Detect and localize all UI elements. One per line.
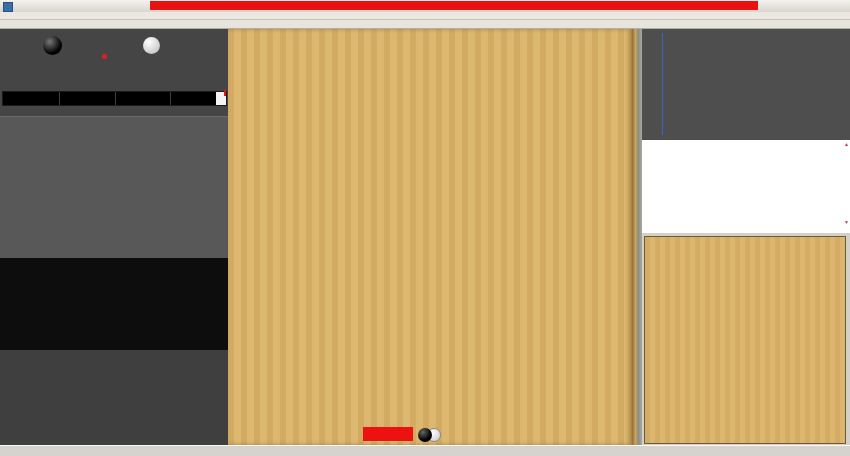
black-stone-icon bbox=[418, 428, 432, 442]
menu-bar bbox=[0, 12, 850, 20]
winrate-bar-tick bbox=[170, 92, 171, 105]
winrate-numbers-row bbox=[0, 78, 228, 90]
move-tree-line bbox=[662, 33, 664, 135]
board-grid[interactable] bbox=[240, 43, 620, 423]
black-player-stone-icon bbox=[43, 36, 62, 55]
winrate-bar[interactable] bbox=[2, 91, 227, 106]
table-scroll-up-icon[interactable]: ▲ bbox=[844, 141, 849, 147]
goban[interactable] bbox=[228, 29, 632, 445]
title-red-bar bbox=[150, 1, 758, 10]
turn-indicator-dot bbox=[102, 54, 107, 59]
engine-info-box bbox=[0, 258, 228, 350]
analysis-panel bbox=[0, 29, 228, 445]
app-icon bbox=[3, 2, 13, 12]
player-color-icon bbox=[418, 427, 444, 442]
toolbar bbox=[0, 20, 850, 29]
panel-empty-area bbox=[0, 350, 228, 445]
progress-bar-red bbox=[363, 427, 413, 441]
winrate-bar-tick bbox=[115, 92, 116, 105]
table-scroll-down-icon[interactable]: ▼ bbox=[844, 219, 849, 225]
winrate-bar-marker bbox=[224, 90, 226, 96]
winrate-bar-tick bbox=[59, 92, 60, 105]
bottom-toolbar bbox=[0, 445, 850, 456]
players-row bbox=[0, 36, 228, 58]
candidates-table[interactable]: ▲ ▼ bbox=[642, 140, 850, 233]
variation-preview-board[interactable] bbox=[644, 236, 846, 444]
winrate-graph[interactable] bbox=[0, 116, 228, 259]
white-player-stone-icon bbox=[143, 37, 160, 54]
board-edge-strip bbox=[632, 29, 642, 445]
move-tree-panel[interactable] bbox=[642, 29, 850, 141]
